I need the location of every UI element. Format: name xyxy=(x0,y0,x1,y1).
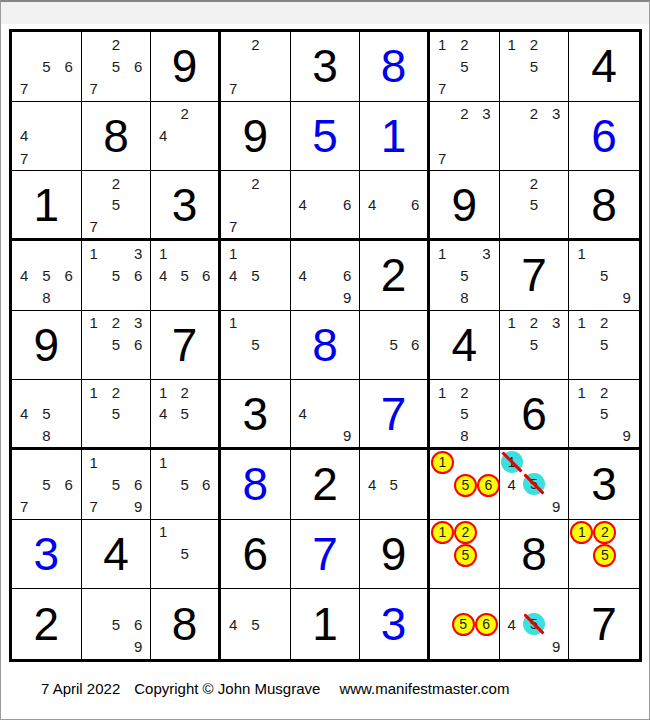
cell-r6c5[interactable]: 49 xyxy=(291,380,361,450)
candidate-2: 2 xyxy=(112,176,120,191)
candidate-slot-9 xyxy=(545,77,567,99)
candidate-slot-1 xyxy=(292,381,314,403)
candidate-slot-2 xyxy=(105,242,127,264)
candidate-slot-2 xyxy=(314,242,336,264)
candidate-slot-7: 7 xyxy=(222,77,244,99)
candidate-slot-1 xyxy=(222,590,244,613)
cell-r2c2[interactable]: 8 xyxy=(82,102,152,172)
candidate-slot-6: 6 xyxy=(195,473,217,495)
cell-r4c2[interactable]: 1356 xyxy=(82,241,152,311)
candidate-3: 3 xyxy=(482,246,490,261)
cell-r7c9[interactable]: 3 xyxy=(569,450,639,520)
candidate-slot-3 xyxy=(404,312,426,334)
candidate-slot-8 xyxy=(593,286,616,308)
candidate-2-highlighted: 2 xyxy=(593,521,616,544)
candidate-slot-7 xyxy=(431,567,454,588)
cell-r8c4[interactable]: 6 xyxy=(221,520,291,590)
cell-r5c4[interactable]: 15 xyxy=(221,311,291,381)
candidate-slot-5 xyxy=(244,55,266,77)
candidate-5: 5 xyxy=(42,477,50,492)
candidate-slot-9 xyxy=(475,424,497,446)
candidate-slot-3 xyxy=(615,312,638,334)
candidate-slot-6 xyxy=(266,55,288,77)
cell-r6c2[interactable]: 125 xyxy=(82,380,152,450)
candidate-slot-3 xyxy=(475,381,497,403)
candidate-4: 4 xyxy=(299,268,307,283)
candidate-1-highlighted: 1 xyxy=(570,521,593,544)
candidate-slot-2 xyxy=(174,451,196,473)
candidate-slot-8 xyxy=(105,356,127,378)
candidate-slot-1 xyxy=(361,172,383,194)
given-digit: 6 xyxy=(500,380,569,447)
candidate-slot-1 xyxy=(13,103,35,125)
cell-r5c7[interactable]: 4 xyxy=(430,311,500,381)
candidate-slot-6 xyxy=(195,125,217,147)
candidate-6: 6 xyxy=(134,477,142,492)
candidate-slot-3 xyxy=(545,172,567,194)
candidate-slot-8 xyxy=(314,215,336,237)
given-digit: 8 xyxy=(500,520,569,589)
candidate-slot-2 xyxy=(314,381,336,403)
cell-r9c8[interactable]: 459 xyxy=(500,589,570,659)
cell-r7c4[interactable]: 8 xyxy=(221,450,291,520)
candidate-slot-8: 8 xyxy=(453,424,475,446)
candidate-9: 9 xyxy=(552,499,560,514)
cell-r5c6[interactable]: 56 xyxy=(360,311,430,381)
candidate-slot-5 xyxy=(35,125,57,147)
candidate-slot-2 xyxy=(453,242,475,264)
candidate-slot-7 xyxy=(152,424,174,446)
candidate-2: 2 xyxy=(460,106,468,121)
candidate-slot-3 xyxy=(545,451,567,473)
footer-date: 7 April 2022 xyxy=(41,680,120,697)
candidate-slot-5: 5 xyxy=(244,264,266,286)
candidate-slot-6 xyxy=(615,403,638,425)
candidate-slot-6 xyxy=(336,403,358,425)
candidate-6: 6 xyxy=(134,337,142,352)
candidate-slot-9 xyxy=(195,495,217,517)
candidate-slot-5: 5 xyxy=(453,264,475,286)
candidate-slot-4: 4 xyxy=(361,473,383,495)
cell-r1c8[interactable]: 125 xyxy=(500,32,570,102)
cell-r7c5[interactable]: 2 xyxy=(291,450,361,520)
candidate-slot-7: 7 xyxy=(83,495,105,517)
candidate-5: 5 xyxy=(530,337,538,352)
cell-r5c2[interactable]: 12356 xyxy=(82,311,152,381)
candidate-slot-2: 2 xyxy=(105,381,127,403)
candidate-slot-9 xyxy=(616,567,638,588)
cell-r6c3[interactable]: 1245 xyxy=(151,380,221,450)
cell-r3c8[interactable]: 25 xyxy=(500,171,570,241)
cell-r3c7[interactable]: 9 xyxy=(430,171,500,241)
solved-digit: 7 xyxy=(360,380,427,447)
candidate-4: 4 xyxy=(159,268,167,283)
cell-r3c3[interactable]: 3 xyxy=(151,171,221,241)
candidate-slot-5: 5 xyxy=(453,55,475,77)
candidate-slot-6 xyxy=(616,544,638,567)
candidate-grid: 15 xyxy=(222,312,289,379)
candidate-slot-2: 2 xyxy=(523,103,545,125)
candidate-slot-2: 2 xyxy=(593,312,616,334)
solved-digit: 5 xyxy=(291,102,360,171)
candidate-slot-9 xyxy=(266,356,288,378)
candidate-slot-2 xyxy=(35,242,57,264)
candidate-slot-3: 3 xyxy=(475,242,497,264)
cell-r7c2[interactable]: 15679 xyxy=(82,450,152,520)
cell-r7c6[interactable]: 45 xyxy=(360,450,430,520)
cell-r6c4[interactable]: 3 xyxy=(221,380,291,450)
candidate-slot-9 xyxy=(127,286,149,308)
candidate-3: 3 xyxy=(552,315,560,330)
cell-r2c3[interactable]: 24 xyxy=(151,102,221,172)
candidate-slot-1 xyxy=(13,451,35,473)
candidate-4: 4 xyxy=(20,268,28,283)
cell-r7c7[interactable]: 156 xyxy=(430,450,500,520)
candidate-1: 1 xyxy=(229,246,237,261)
candidate-slot-2 xyxy=(383,312,405,334)
candidate-slot-5: 5 xyxy=(593,544,616,567)
cell-r1c9[interactable]: 4 xyxy=(569,32,639,102)
cell-r6c9[interactable]: 1259 xyxy=(569,380,639,450)
candidate-slot-1: 1 xyxy=(570,312,593,334)
cell-r3c2[interactable]: 257 xyxy=(82,171,152,241)
candidate-slot-6 xyxy=(545,55,567,77)
candidate-slot-4 xyxy=(570,334,593,356)
candidate-slot-4 xyxy=(83,194,105,216)
candidate-slot-3 xyxy=(195,242,217,264)
cell-r8c6[interactable]: 9 xyxy=(360,520,430,590)
candidate-5: 5 xyxy=(389,337,397,352)
candidate-slot-6 xyxy=(195,543,217,565)
cell-r5c3[interactable]: 7 xyxy=(151,311,221,381)
candidate-slot-5: 5 xyxy=(105,403,127,425)
candidate-slot-6 xyxy=(475,264,497,286)
candidate-slot-9 xyxy=(477,497,500,518)
candidate-slot-6: 6 xyxy=(477,474,500,497)
candidate-1: 1 xyxy=(577,315,585,330)
candidate-5: 5 xyxy=(600,268,608,283)
candidate-slot-9 xyxy=(57,424,79,446)
cell-r9c2[interactable]: 569 xyxy=(82,589,152,659)
candidate-slot-2 xyxy=(35,381,57,403)
cell-r9c3[interactable]: 8 xyxy=(151,589,221,659)
cell-r5c1[interactable]: 9 xyxy=(12,311,82,381)
candidate-slot-8 xyxy=(593,424,616,446)
candidate-slot-2: 2 xyxy=(174,381,196,403)
candidate-slot-8: 8 xyxy=(35,424,57,446)
candidate-slot-6: 6 xyxy=(57,473,79,495)
candidate-7: 7 xyxy=(90,499,98,514)
candidate-slot-4 xyxy=(570,403,593,425)
candidate-slot-1 xyxy=(222,33,244,55)
cell-r5c5[interactable]: 8 xyxy=(291,311,361,381)
candidate-slot-7 xyxy=(361,495,383,517)
candidate-slot-6: 6 xyxy=(127,473,149,495)
candidate-slot-2 xyxy=(244,242,266,264)
candidate-grid: 567 xyxy=(13,33,80,100)
candidate-slot-3 xyxy=(266,312,288,334)
given-digit: 9 xyxy=(360,520,427,589)
candidate-1-highlighted: 1 xyxy=(431,521,454,544)
cell-r2c9[interactable]: 6 xyxy=(569,102,639,172)
candidate-slot-4: 4 xyxy=(152,125,174,147)
candidate-slot-4 xyxy=(222,55,244,77)
given-digit: 9 xyxy=(12,311,81,380)
cell-r1c3[interactable]: 9 xyxy=(151,32,221,102)
candidate-9: 9 xyxy=(134,639,142,654)
candidate-slot-4 xyxy=(152,473,174,495)
candidate-slot-5: 5 xyxy=(174,403,196,425)
cell-r2c1[interactable]: 47 xyxy=(12,102,82,172)
candidate-slot-3 xyxy=(475,590,498,612)
candidate-slot-5: 5 xyxy=(35,264,57,286)
cell-r2c6[interactable]: 1 xyxy=(360,102,430,172)
candidate-slot-8 xyxy=(523,495,545,517)
candidate-5: 5 xyxy=(460,268,468,283)
candidate-slot-5: 5 xyxy=(35,403,57,425)
candidate-grid: 1459 xyxy=(501,451,568,518)
candidate-slot-9 xyxy=(475,286,497,308)
candidate-slot-6: 6 xyxy=(57,55,79,77)
cell-r6c7[interactable]: 1258 xyxy=(430,380,500,450)
candidate-slot-9: 9 xyxy=(336,424,358,446)
candidate-1: 1 xyxy=(159,524,167,539)
cell-r4c3[interactable]: 1456 xyxy=(151,241,221,311)
cell-r7c8[interactable]: 1459 xyxy=(500,450,570,520)
candidate-slot-7 xyxy=(222,635,244,658)
candidate-slot-7 xyxy=(292,215,314,237)
cell-r8c7[interactable]: 125 xyxy=(430,520,500,590)
candidate-slot-8 xyxy=(244,356,266,378)
cell-r8c5[interactable]: 7 xyxy=(291,520,361,590)
candidate-9: 9 xyxy=(134,499,142,514)
cell-r9c9[interactable]: 7 xyxy=(569,589,639,659)
candidate-9: 9 xyxy=(623,428,631,443)
candidate-8: 8 xyxy=(42,290,50,305)
given-digit: 1 xyxy=(12,171,81,238)
cell-r1c4[interactable]: 27 xyxy=(221,32,291,102)
candidate-slot-2 xyxy=(452,590,475,612)
cell-r5c8[interactable]: 1235 xyxy=(500,311,570,381)
candidate-slot-1: 1 xyxy=(152,521,174,543)
cell-r1c7[interactable]: 1257 xyxy=(430,32,500,102)
cell-r2c4[interactable]: 9 xyxy=(221,102,291,172)
candidate-slot-4 xyxy=(83,613,105,636)
candidate-slot-9 xyxy=(615,356,638,378)
cell-r3c6[interactable]: 46 xyxy=(360,171,430,241)
candidate-slot-2 xyxy=(174,242,196,264)
candidate-1: 1 xyxy=(229,315,237,330)
cell-r4c1[interactable]: 4568 xyxy=(12,241,82,311)
candidate-slot-5: 5 xyxy=(244,334,266,356)
candidate-grid: 25 xyxy=(501,172,568,237)
candidate-slot-4: 4 xyxy=(501,613,523,636)
candidate-slot-6 xyxy=(404,473,426,495)
cell-r8c8[interactable]: 8 xyxy=(500,520,570,590)
solved-digit: 8 xyxy=(360,32,427,101)
candidate-grid: 156 xyxy=(152,451,217,518)
candidate-4: 4 xyxy=(20,406,28,421)
candidate-slot-6: 6 xyxy=(475,613,498,636)
candidate-slot-8 xyxy=(452,636,475,658)
candidate-slot-4 xyxy=(570,544,593,567)
candidate-slot-6 xyxy=(545,194,567,216)
cell-r9c4[interactable]: 45 xyxy=(221,589,291,659)
cell-r3c4[interactable]: 27 xyxy=(221,171,291,241)
candidate-grid: 1456 xyxy=(152,242,217,309)
candidate-2: 2 xyxy=(112,385,120,400)
candidate-slot-6: 6 xyxy=(404,194,426,216)
cell-r8c1[interactable]: 3 xyxy=(12,520,82,590)
candidate-grid: 125 xyxy=(83,381,150,446)
cell-r5c9[interactable]: 125 xyxy=(569,311,639,381)
cell-r4c5[interactable]: 469 xyxy=(291,241,361,311)
candidate-slot-1: 1 xyxy=(431,451,454,474)
cell-r9c1[interactable]: 2 xyxy=(12,589,82,659)
cell-r9c5[interactable]: 1 xyxy=(291,589,361,659)
candidate-slot-1: 1 xyxy=(501,312,523,334)
candidate-slot-5: 5 xyxy=(174,543,196,565)
candidate-slot-6 xyxy=(545,473,567,495)
candidate-slot-5: 5 xyxy=(35,473,57,495)
candidate-slot-6: 6 xyxy=(404,334,426,356)
cell-r7c3[interactable]: 156 xyxy=(151,450,221,520)
candidate-slot-3 xyxy=(57,103,79,125)
candidate-slot-5: 5 xyxy=(244,613,266,636)
candidate-slot-1: 1 xyxy=(152,451,174,473)
cell-r6c8[interactable]: 6 xyxy=(500,380,570,450)
given-digit: 2 xyxy=(291,450,360,519)
cell-r8c2[interactable]: 4 xyxy=(82,520,152,590)
cell-r3c1[interactable]: 1 xyxy=(12,171,82,241)
candidate-slot-2: 2 xyxy=(244,33,266,55)
candidate-5: 5 xyxy=(42,59,50,74)
candidate-slot-7 xyxy=(431,497,454,518)
candidate-slot-3 xyxy=(545,590,567,613)
sudoku-grid: 5672567927381257125447824951237236125732… xyxy=(9,29,642,662)
cell-r1c5[interactable]: 3 xyxy=(291,32,361,102)
cell-r8c9[interactable]: 125 xyxy=(569,520,639,590)
cell-r3c9[interactable]: 8 xyxy=(569,171,639,241)
candidate-slot-6 xyxy=(57,403,79,425)
candidate-slot-9 xyxy=(195,424,217,446)
given-digit: 8 xyxy=(82,102,151,171)
cell-r4c4[interactable]: 145 xyxy=(221,241,291,311)
candidate-7: 7 xyxy=(229,81,237,96)
given-digit: 9 xyxy=(151,32,218,101)
cell-r1c6[interactable]: 8 xyxy=(360,32,430,102)
cell-r9c6[interactable]: 3 xyxy=(360,589,430,659)
candidate-6: 6 xyxy=(411,197,419,212)
candidate-slot-4 xyxy=(501,334,523,356)
candidate-slot-4 xyxy=(431,55,453,77)
cell-r3c5[interactable]: 46 xyxy=(291,171,361,241)
candidate-slot-2 xyxy=(244,590,266,613)
candidate-slot-8 xyxy=(174,565,196,587)
candidate-slot-7 xyxy=(83,424,105,446)
candidate-slot-4: 4 xyxy=(152,403,174,425)
candidate-slot-9 xyxy=(57,77,79,99)
candidate-2: 2 xyxy=(460,385,468,400)
candidate-slot-4: 4 xyxy=(292,264,314,286)
candidate-slot-1: 1 xyxy=(431,33,453,55)
cell-r9c7[interactable]: 56 xyxy=(430,589,500,659)
candidate-grid: 15 xyxy=(152,521,217,588)
candidate-slot-1 xyxy=(152,103,174,125)
candidate-8: 8 xyxy=(460,290,468,305)
cell-r4c8[interactable]: 7 xyxy=(500,241,570,311)
candidate-slot-5: 5 xyxy=(523,613,545,636)
cell-r1c1[interactable]: 567 xyxy=(12,32,82,102)
candidate-slot-1: 1 xyxy=(83,242,105,264)
cell-r2c8[interactable]: 23 xyxy=(500,102,570,172)
candidate-4: 4 xyxy=(508,477,516,492)
candidate-slot-2: 2 xyxy=(593,521,616,544)
cell-r7c1[interactable]: 567 xyxy=(12,450,82,520)
candidate-grid: 1356 xyxy=(83,242,150,309)
candidate-slot-2: 2 xyxy=(523,312,545,334)
candidate-slot-4: 4 xyxy=(152,264,174,286)
candidate-slot-4 xyxy=(431,544,454,567)
cell-r4c6[interactable]: 2 xyxy=(360,241,430,311)
candidate-grid: 1257 xyxy=(431,33,498,100)
candidate-slot-9 xyxy=(545,147,567,169)
cell-r8c3[interactable]: 15 xyxy=(151,520,221,590)
candidate-slot-1: 1 xyxy=(570,242,593,264)
candidate-grid: 237 xyxy=(431,103,498,170)
cell-r6c1[interactable]: 458 xyxy=(12,380,82,450)
candidate-slot-5: 5 xyxy=(523,55,545,77)
cell-r4c7[interactable]: 1358 xyxy=(430,241,500,311)
candidate-grid: 23 xyxy=(501,103,568,170)
candidate-5: 5 xyxy=(530,197,538,212)
candidate-slot-2 xyxy=(383,172,405,194)
candidate-grid: 46 xyxy=(292,172,359,237)
candidate-slot-5 xyxy=(383,194,405,216)
cell-r2c7[interactable]: 237 xyxy=(430,102,500,172)
candidate-slot-1: 1 xyxy=(431,521,454,544)
candidate-grid: 2567 xyxy=(83,33,150,100)
candidate-slot-8 xyxy=(523,356,545,378)
candidate-slot-7 xyxy=(570,567,593,588)
cell-r4c9[interactable]: 159 xyxy=(569,241,639,311)
candidate-slot-1: 1 xyxy=(501,451,523,473)
candidate-slot-7: 7 xyxy=(431,147,453,169)
candidate-slot-8 xyxy=(35,147,57,169)
candidate-slot-3 xyxy=(545,33,567,55)
cell-r1c2[interactable]: 2567 xyxy=(82,32,152,102)
candidate-slot-6 xyxy=(127,194,149,216)
candidate-slot-7 xyxy=(361,215,383,237)
candidate-slot-3 xyxy=(195,381,217,403)
candidate-1: 1 xyxy=(438,246,446,261)
candidate-slot-9 xyxy=(195,147,217,169)
candidate-slot-8 xyxy=(244,77,266,99)
candidate-slot-8 xyxy=(35,495,57,517)
cell-r2c5[interactable]: 5 xyxy=(291,102,361,172)
candidate-slot-1 xyxy=(292,242,314,264)
candidate-slot-8 xyxy=(244,215,266,237)
candidate-slot-6: 6 xyxy=(127,613,149,636)
candidate-slot-6: 6 xyxy=(127,264,149,286)
candidate-5-eliminated: 5 xyxy=(523,473,545,495)
candidate-slot-5: 5 xyxy=(452,613,475,636)
candidate-slot-6: 6 xyxy=(127,334,149,356)
candidate-slot-2 xyxy=(523,590,545,613)
cell-r6c6[interactable]: 7 xyxy=(360,380,430,450)
candidate-1: 1 xyxy=(438,385,446,400)
candidate-slot-4 xyxy=(431,125,453,147)
